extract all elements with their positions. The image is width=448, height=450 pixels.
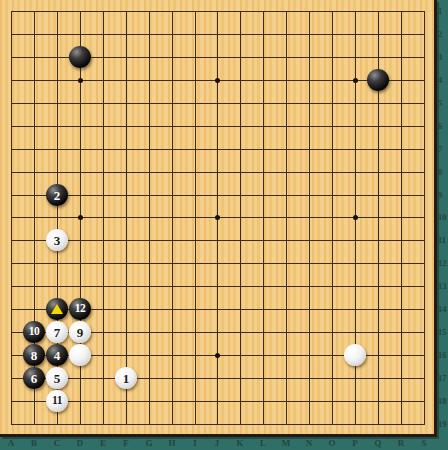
column-label-D: D xyxy=(72,438,88,448)
triangle-marker-icon xyxy=(51,304,63,314)
grid-vertical-line xyxy=(263,11,264,425)
move-number: 5 xyxy=(54,372,61,385)
star-point xyxy=(215,78,220,83)
grid-vertical-line xyxy=(332,11,333,425)
move-number: 2 xyxy=(54,189,61,202)
star-point xyxy=(78,78,83,83)
grid-vertical-line xyxy=(172,11,173,425)
row-label-3: 3 xyxy=(438,52,448,62)
row-label-18: 18 xyxy=(438,396,448,406)
row-label-4: 4 xyxy=(438,75,448,85)
star-point xyxy=(78,215,83,220)
row-label-5: 5 xyxy=(438,98,448,108)
row-label-14: 14 xyxy=(438,304,448,314)
stone-black-C4[interactable]: 4 xyxy=(46,344,68,366)
grid-horizontal-line xyxy=(11,424,425,425)
star-point xyxy=(353,215,358,220)
column-label-J: J xyxy=(209,438,225,448)
move-number: 1 xyxy=(123,372,130,385)
column-label-B: B xyxy=(26,438,42,448)
column-label-M: M xyxy=(278,438,294,448)
stone-white-C9[interactable]: 3 xyxy=(46,229,68,251)
stone-black-R16[interactable] xyxy=(367,69,389,91)
stone-white-Q4[interactable] xyxy=(344,344,366,366)
stone-white-C2[interactable]: 11 xyxy=(46,390,68,412)
grid-horizontal-line xyxy=(11,240,425,241)
stone-black-B3[interactable]: 6 xyxy=(23,367,45,389)
column-label-I: I xyxy=(187,438,203,448)
stone-black-C6[interactable] xyxy=(46,298,68,320)
row-label-11: 11 xyxy=(438,235,448,245)
go-app-window: 231210798465111 ABCDEFGHIJKLMNOPQRS 1234… xyxy=(0,0,448,450)
move-number: 8 xyxy=(31,349,38,362)
row-label-12: 12 xyxy=(438,258,448,268)
column-label-C: C xyxy=(49,438,65,448)
grid-vertical-line xyxy=(195,11,196,425)
grid-horizontal-line xyxy=(11,401,425,402)
column-label-S: S xyxy=(416,438,432,448)
move-number: 9 xyxy=(77,326,84,339)
row-label-10: 10 xyxy=(438,212,448,222)
column-label-A: A xyxy=(3,438,19,448)
column-label-L: L xyxy=(255,438,271,448)
grid-vertical-line xyxy=(286,11,287,425)
grid-vertical-line xyxy=(401,11,402,425)
grid-horizontal-line xyxy=(11,126,425,127)
grid-vertical-line xyxy=(424,11,425,425)
column-label-E: E xyxy=(95,438,111,448)
grid-vertical-line xyxy=(126,11,127,425)
row-label-19: 19 xyxy=(438,419,448,429)
grid-horizontal-line xyxy=(11,11,425,12)
stone-white-D4[interactable] xyxy=(69,344,91,366)
grid-horizontal-line xyxy=(11,149,425,150)
grid-horizontal-line xyxy=(11,263,425,264)
stone-black-B4[interactable]: 8 xyxy=(23,344,45,366)
row-label-8: 8 xyxy=(438,167,448,177)
row-label-15: 15 xyxy=(438,327,448,337)
grid-horizontal-line xyxy=(11,34,425,35)
go-board[interactable]: 231210798465111 xyxy=(0,0,437,437)
row-label-17: 17 xyxy=(438,373,448,383)
move-number: 12 xyxy=(75,303,86,315)
grid-horizontal-line xyxy=(11,378,425,379)
column-label-K: K xyxy=(232,438,248,448)
grid-vertical-line xyxy=(149,11,150,425)
star-point xyxy=(215,215,220,220)
column-label-P: P xyxy=(347,438,363,448)
grid-horizontal-line xyxy=(11,172,425,173)
grid-horizontal-line xyxy=(11,195,425,196)
move-number: 11 xyxy=(52,395,62,407)
grid-vertical-line xyxy=(11,11,12,425)
grid-vertical-line xyxy=(309,11,310,425)
move-number: 7 xyxy=(54,326,61,339)
row-label-1: 1 xyxy=(438,6,448,16)
stone-white-C3[interactable]: 5 xyxy=(46,367,68,389)
column-label-G: G xyxy=(141,438,157,448)
stone-black-C11[interactable]: 2 xyxy=(46,184,68,206)
stone-black-D6[interactable]: 12 xyxy=(69,298,91,320)
row-label-2: 2 xyxy=(438,29,448,39)
grid-horizontal-line xyxy=(11,286,425,287)
stone-black-D17[interactable] xyxy=(69,46,91,68)
grid-horizontal-line xyxy=(11,103,425,104)
row-label-16: 16 xyxy=(438,350,448,360)
stone-white-C5[interactable]: 7 xyxy=(46,321,68,343)
column-label-H: H xyxy=(164,438,180,448)
move-number: 10 xyxy=(29,326,40,338)
stone-black-B5[interactable]: 10 xyxy=(23,321,45,343)
row-label-6: 6 xyxy=(438,121,448,131)
column-label-F: F xyxy=(118,438,134,448)
row-label-7: 7 xyxy=(438,144,448,154)
move-number: 3 xyxy=(54,234,61,247)
column-label-Q: Q xyxy=(370,438,386,448)
column-label-N: N xyxy=(301,438,317,448)
star-point xyxy=(353,78,358,83)
stone-white-D5[interactable]: 9 xyxy=(69,321,91,343)
star-point xyxy=(215,353,220,358)
move-number: 6 xyxy=(31,372,38,385)
move-number: 4 xyxy=(54,349,61,362)
grid-vertical-line xyxy=(103,11,104,425)
column-label-R: R xyxy=(393,438,409,448)
grid-vertical-line xyxy=(240,11,241,425)
column-label-O: O xyxy=(324,438,340,448)
row-label-13: 13 xyxy=(438,281,448,291)
stone-white-F3[interactable]: 1 xyxy=(115,367,137,389)
row-label-9: 9 xyxy=(438,190,448,200)
